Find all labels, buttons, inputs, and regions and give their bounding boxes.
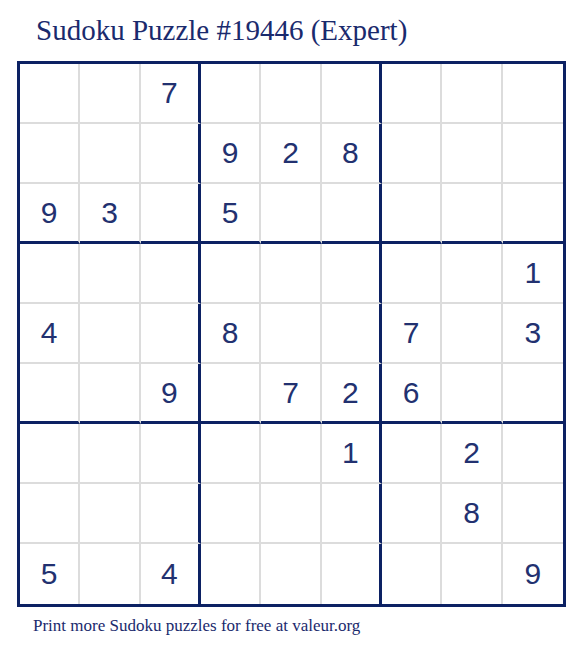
sudoku-cell-r1c1[interactable] [20, 64, 80, 124]
sudoku-cell-r8c2[interactable] [80, 484, 140, 544]
sudoku-cell-r2c7[interactable] [382, 124, 442, 184]
sudoku-cell-r7c7[interactable] [382, 424, 442, 484]
sudoku-board: 7928935148739726128549 [17, 61, 566, 607]
sudoku-cell-r1c4[interactable] [201, 64, 261, 124]
sudoku-cell-r6c4[interactable] [201, 364, 261, 424]
sudoku-cell-r4c2[interactable] [80, 244, 140, 304]
sudoku-cell-r7c2[interactable] [80, 424, 140, 484]
sudoku-cell-r9c2[interactable] [80, 544, 140, 604]
sudoku-cell-r6c3: 9 [141, 364, 201, 424]
sudoku-cell-r9c1: 5 [20, 544, 80, 604]
page: Sudoku Puzzle #19446 (Expert) 7928935148… [0, 0, 580, 651]
sudoku-cell-r8c1[interactable] [20, 484, 80, 544]
sudoku-cell-r2c6: 8 [322, 124, 382, 184]
sudoku-cell-r6c8[interactable] [442, 364, 502, 424]
sudoku-cell-r3c4: 5 [201, 184, 261, 244]
sudoku-cell-r4c9: 1 [503, 244, 563, 304]
sudoku-cell-r7c1[interactable] [20, 424, 80, 484]
footer-text: Print more Sudoku puzzles for free at va… [33, 616, 360, 636]
sudoku-cell-r2c4: 9 [201, 124, 261, 184]
sudoku-cell-r5c2[interactable] [80, 304, 140, 364]
sudoku-cell-r1c3: 7 [141, 64, 201, 124]
sudoku-cell-r5c8[interactable] [442, 304, 502, 364]
sudoku-cell-r3c9[interactable] [503, 184, 563, 244]
sudoku-cell-r6c7: 6 [382, 364, 442, 424]
sudoku-cell-r3c6[interactable] [322, 184, 382, 244]
sudoku-cell-r2c9[interactable] [503, 124, 563, 184]
sudoku-cell-r9c7[interactable] [382, 544, 442, 604]
sudoku-cell-r5c3[interactable] [141, 304, 201, 364]
sudoku-cell-r2c2[interactable] [80, 124, 140, 184]
sudoku-cell-r8c9[interactable] [503, 484, 563, 544]
sudoku-cell-r3c3[interactable] [141, 184, 201, 244]
sudoku-cell-r6c2[interactable] [80, 364, 140, 424]
sudoku-cell-r1c6[interactable] [322, 64, 382, 124]
sudoku-cell-r5c1: 4 [20, 304, 80, 364]
sudoku-cell-r2c5: 2 [261, 124, 321, 184]
sudoku-cell-r8c7[interactable] [382, 484, 442, 544]
sudoku-cell-r9c9: 9 [503, 544, 563, 604]
sudoku-cell-r6c1[interactable] [20, 364, 80, 424]
sudoku-cell-r4c5[interactable] [261, 244, 321, 304]
sudoku-cell-r5c6[interactable] [322, 304, 382, 364]
sudoku-cell-r6c6: 2 [322, 364, 382, 424]
sudoku-cell-r9c3: 4 [141, 544, 201, 604]
sudoku-cell-r4c4[interactable] [201, 244, 261, 304]
sudoku-cell-r8c4[interactable] [201, 484, 261, 544]
puzzle-title: Sudoku Puzzle #19446 (Expert) [36, 14, 407, 47]
sudoku-cell-r5c9: 3 [503, 304, 563, 364]
sudoku-cell-r4c6[interactable] [322, 244, 382, 304]
sudoku-cell-r7c9[interactable] [503, 424, 563, 484]
sudoku-cell-r4c8[interactable] [442, 244, 502, 304]
sudoku-cell-r2c3[interactable] [141, 124, 201, 184]
sudoku-cell-r7c4[interactable] [201, 424, 261, 484]
sudoku-cell-r8c3[interactable] [141, 484, 201, 544]
sudoku-cell-r9c5[interactable] [261, 544, 321, 604]
sudoku-cell-r1c5[interactable] [261, 64, 321, 124]
sudoku-cell-r9c8[interactable] [442, 544, 502, 604]
sudoku-cell-r3c5[interactable] [261, 184, 321, 244]
sudoku-cell-r3c1: 9 [20, 184, 80, 244]
sudoku-cell-r1c8[interactable] [442, 64, 502, 124]
sudoku-cell-r5c7: 7 [382, 304, 442, 364]
sudoku-cell-r6c5: 7 [261, 364, 321, 424]
sudoku-cell-r4c7[interactable] [382, 244, 442, 304]
sudoku-cell-r5c5[interactable] [261, 304, 321, 364]
sudoku-cell-r8c8: 8 [442, 484, 502, 544]
sudoku-cell-r8c5[interactable] [261, 484, 321, 544]
sudoku-cell-r4c3[interactable] [141, 244, 201, 304]
sudoku-cell-r1c7[interactable] [382, 64, 442, 124]
sudoku-cell-r9c6[interactable] [322, 544, 382, 604]
sudoku-cell-r1c2[interactable] [80, 64, 140, 124]
sudoku-cell-r3c2: 3 [80, 184, 140, 244]
sudoku-cell-r7c3[interactable] [141, 424, 201, 484]
sudoku-cell-r7c8: 2 [442, 424, 502, 484]
sudoku-cell-r3c8[interactable] [442, 184, 502, 244]
sudoku-cell-r8c6[interactable] [322, 484, 382, 544]
sudoku-cell-r2c8[interactable] [442, 124, 502, 184]
sudoku-cell-r3c7[interactable] [382, 184, 442, 244]
sudoku-cell-r7c6: 1 [322, 424, 382, 484]
sudoku-cell-r6c9[interactable] [503, 364, 563, 424]
sudoku-cell-r1c9[interactable] [503, 64, 563, 124]
sudoku-cell-r9c4[interactable] [201, 544, 261, 604]
sudoku-cell-r2c1[interactable] [20, 124, 80, 184]
sudoku-cell-r4c1[interactable] [20, 244, 80, 304]
sudoku-cell-r5c4: 8 [201, 304, 261, 364]
sudoku-cell-r7c5[interactable] [261, 424, 321, 484]
